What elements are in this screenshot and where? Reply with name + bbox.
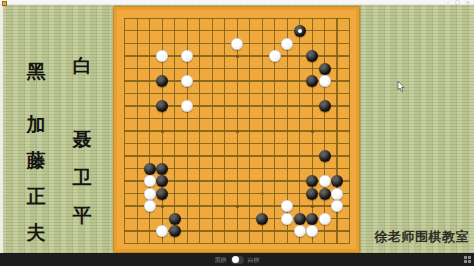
stone-black[interactable]	[156, 188, 168, 200]
stone-black[interactable]	[156, 175, 168, 187]
stone-white[interactable]	[306, 225, 318, 237]
stone-white[interactable]	[231, 38, 243, 50]
stone-black[interactable]	[169, 213, 181, 225]
black-player-label: 黑加藤正夫	[24, 61, 48, 242]
stone-black[interactable]	[294, 213, 306, 225]
star-point	[236, 55, 239, 58]
window-titlebar[interactable]: – □ ×	[0, 0, 474, 5]
white-toggle-label[interactable]: 白棋	[248, 256, 260, 263]
player-char: 藤	[27, 150, 46, 170]
board-grid[interactable]	[124, 18, 350, 244]
star-point	[311, 205, 314, 208]
player-char: 黑	[27, 61, 46, 81]
window-controls: – □ ×	[447, 0, 470, 6]
player-char: 加	[27, 114, 46, 134]
watermark-text: 徐老师围棋教室	[375, 228, 470, 246]
stone-black[interactable]	[256, 213, 268, 225]
stone-black[interactable]	[144, 163, 156, 175]
minimize-icon[interactable]: –	[447, 0, 450, 6]
stone-black[interactable]	[156, 100, 168, 112]
stone-black[interactable]	[319, 63, 331, 75]
star-point	[236, 130, 239, 133]
stone-black[interactable]	[306, 75, 318, 87]
stone-black[interactable]	[294, 25, 306, 37]
stone-black[interactable]	[319, 150, 331, 162]
stone-white[interactable]	[156, 50, 168, 62]
app-window: – □ × 黑加藤正夫 白聂卫平 徐老师围棋教室 黑棋 白棋	[0, 0, 474, 266]
stone-white[interactable]	[319, 175, 331, 187]
stone-white[interactable]	[281, 213, 293, 225]
stone-black[interactable]	[156, 75, 168, 87]
stone-white[interactable]	[294, 225, 306, 237]
player-char: 白	[73, 55, 92, 75]
stone-white[interactable]	[181, 100, 193, 112]
go-board[interactable]	[113, 6, 360, 253]
toggle-knob[interactable]	[232, 256, 239, 263]
stone-white[interactable]	[319, 213, 331, 225]
stone-white[interactable]	[331, 188, 343, 200]
stone-white[interactable]	[319, 75, 331, 87]
stone-black[interactable]	[306, 175, 318, 187]
main-area: 黑加藤正夫 白聂卫平 徐老师围棋教室	[0, 5, 474, 253]
last-move-marker	[298, 29, 302, 33]
stone-black[interactable]	[306, 213, 318, 225]
stone-white[interactable]	[181, 50, 193, 62]
player-char: 正	[27, 186, 46, 206]
player-char: 卫	[73, 167, 92, 187]
player-char: 夫	[27, 222, 46, 242]
maximize-icon[interactable]: □	[455, 0, 460, 6]
grid-menu-icon[interactable]	[464, 256, 471, 263]
stone-white[interactable]	[281, 38, 293, 50]
star-point	[236, 205, 239, 208]
star-point	[311, 130, 314, 133]
player-char: 聂	[73, 129, 92, 149]
stone-black[interactable]	[306, 50, 318, 62]
stone-black[interactable]	[319, 188, 331, 200]
close-icon[interactable]: ×	[466, 0, 470, 6]
stone-white[interactable]	[144, 175, 156, 187]
stone-white[interactable]	[181, 75, 193, 87]
stone-black[interactable]	[169, 225, 181, 237]
stone-white[interactable]	[144, 188, 156, 200]
bottom-toolbar: 黑棋 白棋	[0, 253, 474, 266]
stone-black[interactable]	[156, 163, 168, 175]
app-icon	[2, 1, 7, 6]
board-blemish	[261, 192, 264, 195]
stone-black[interactable]	[319, 100, 331, 112]
color-toggle-group: 黑棋 白棋	[215, 256, 260, 264]
white-player-label: 白聂卫平	[70, 55, 94, 225]
stone-white[interactable]	[331, 200, 343, 212]
stone-white[interactable]	[144, 200, 156, 212]
left-edge-strip	[0, 5, 3, 253]
black-toggle-label[interactable]: 黑棋	[215, 256, 227, 263]
star-point	[161, 205, 164, 208]
player-char: 平	[73, 205, 92, 225]
mouse-cursor	[397, 81, 405, 92]
color-toggle[interactable]	[231, 256, 244, 264]
stone-white[interactable]	[269, 50, 281, 62]
stone-white[interactable]	[281, 200, 293, 212]
stone-black[interactable]	[306, 188, 318, 200]
star-point	[161, 130, 164, 133]
stone-black[interactable]	[331, 175, 343, 187]
stone-white[interactable]	[156, 225, 168, 237]
